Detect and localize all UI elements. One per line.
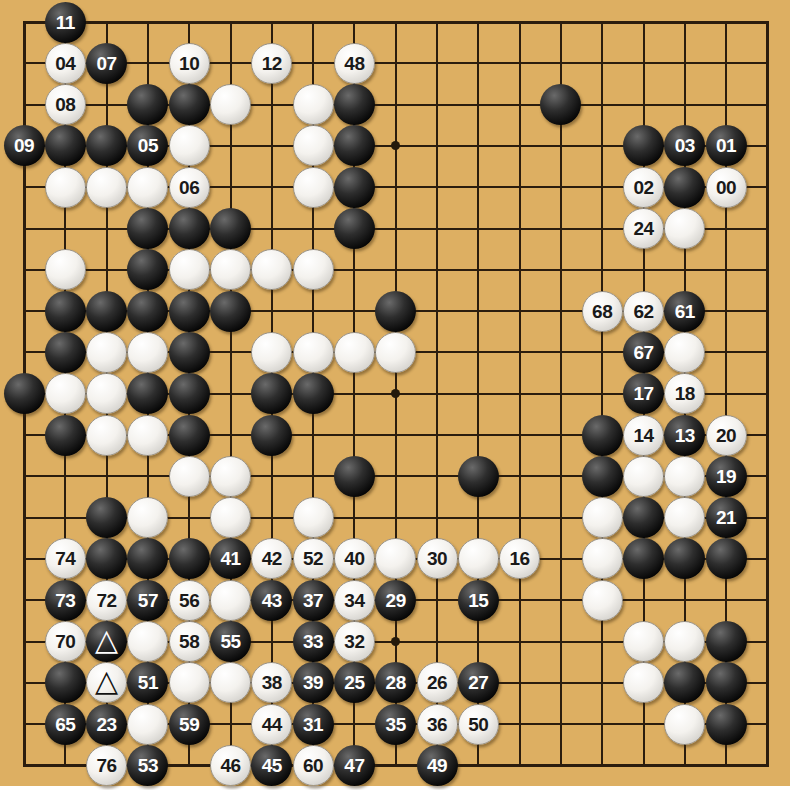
stone-white-56[interactable]: 56 bbox=[169, 580, 210, 621]
move-number-label: 30 bbox=[427, 549, 447, 568]
stone-black-39[interactable]: 39 bbox=[293, 662, 334, 703]
stone-black[interactable] bbox=[334, 208, 375, 249]
stone-white-50[interactable]: 50 bbox=[458, 704, 499, 745]
move-number-label: 11 bbox=[56, 13, 75, 32]
stone-white[interactable] bbox=[582, 497, 623, 538]
move-number-label: 07 bbox=[97, 54, 117, 73]
stone-white[interactable] bbox=[127, 497, 168, 538]
stone-white-12[interactable]: 12 bbox=[251, 43, 292, 84]
stone-black-73[interactable]: 73 bbox=[45, 580, 86, 621]
move-number-label: 76 bbox=[97, 756, 117, 775]
stone-white-76[interactable]: 76 bbox=[86, 745, 127, 786]
stone-white[interactable] bbox=[169, 249, 210, 290]
stone-white[interactable] bbox=[127, 332, 168, 373]
stone-white-46[interactable]: 46 bbox=[210, 745, 251, 786]
stone-white[interactable] bbox=[86, 373, 127, 414]
stone-white[interactable] bbox=[293, 125, 334, 166]
stone-black[interactable] bbox=[169, 538, 210, 579]
stone-black-11[interactable]: 11 bbox=[45, 2, 86, 43]
move-number-label: 41 bbox=[220, 549, 240, 568]
stone-white-48[interactable]: 48 bbox=[334, 43, 375, 84]
move-number-label: 34 bbox=[344, 591, 364, 610]
stone-black-29[interactable]: 29 bbox=[375, 580, 416, 621]
stone-white-20[interactable]: 20 bbox=[706, 415, 747, 456]
stone-white[interactable] bbox=[45, 167, 86, 208]
stone-black[interactable] bbox=[334, 125, 375, 166]
move-number-label: 47 bbox=[344, 756, 364, 775]
stone-black[interactable] bbox=[623, 125, 664, 166]
stone-black[interactable] bbox=[169, 208, 210, 249]
stone-black[interactable] bbox=[169, 332, 210, 373]
stone-black[interactable] bbox=[127, 249, 168, 290]
move-number-label: 42 bbox=[262, 549, 282, 568]
move-number-label: 14 bbox=[633, 426, 653, 445]
stone-white[interactable] bbox=[210, 580, 251, 621]
star-point bbox=[391, 389, 400, 398]
stone-black-35[interactable]: 35 bbox=[375, 704, 416, 745]
stone-black[interactable] bbox=[623, 538, 664, 579]
stone-white-68[interactable]: 68 bbox=[582, 291, 623, 332]
stone-white[interactable] bbox=[210, 249, 251, 290]
stone-white[interactable] bbox=[664, 332, 705, 373]
stone-white-58[interactable]: 58 bbox=[169, 621, 210, 662]
grid-line-vertical bbox=[477, 21, 479, 767]
stone-black[interactable] bbox=[664, 662, 705, 703]
stone-black-09[interactable]: 09 bbox=[4, 125, 45, 166]
move-number-label: 59 bbox=[179, 715, 199, 734]
stone-black[interactable] bbox=[706, 621, 747, 662]
move-number-label: 36 bbox=[427, 715, 447, 734]
stone-white-10[interactable]: 10 bbox=[169, 43, 210, 84]
stone-black[interactable] bbox=[169, 291, 210, 332]
star-point bbox=[391, 141, 400, 150]
stone-black[interactable] bbox=[375, 291, 416, 332]
stone-black[interactable] bbox=[251, 415, 292, 456]
stone-black-31[interactable]: 31 bbox=[293, 704, 334, 745]
move-number-label: 17 bbox=[633, 384, 653, 403]
stone-black[interactable] bbox=[127, 291, 168, 332]
move-number-label: 01 bbox=[716, 136, 736, 155]
stone-black[interactable] bbox=[45, 332, 86, 373]
stone-black[interactable] bbox=[334, 84, 375, 125]
stone-black[interactable] bbox=[86, 538, 127, 579]
stone-black[interactable] bbox=[540, 84, 581, 125]
stone-white-40[interactable]: 40 bbox=[334, 538, 375, 579]
move-number-label: 45 bbox=[262, 756, 282, 775]
stone-white-30[interactable]: 30 bbox=[417, 538, 458, 579]
stone-white-18[interactable]: 18 bbox=[664, 373, 705, 414]
move-number-label: 08 bbox=[55, 95, 75, 114]
stone-white[interactable] bbox=[169, 662, 210, 703]
stone-black[interactable] bbox=[706, 538, 747, 579]
move-number-label: 16 bbox=[510, 549, 530, 568]
stone-white-24[interactable]: 24 bbox=[623, 208, 664, 249]
stone-white[interactable] bbox=[86, 332, 127, 373]
stone-white[interactable] bbox=[293, 249, 334, 290]
stone-black-57[interactable]: 57 bbox=[127, 580, 168, 621]
stone-black-03[interactable]: 03 bbox=[664, 125, 705, 166]
stone-white[interactable] bbox=[86, 415, 127, 456]
stone-black[interactable] bbox=[169, 415, 210, 456]
stone-white[interactable] bbox=[623, 662, 664, 703]
stone-white-36[interactable]: 36 bbox=[417, 704, 458, 745]
stone-black-07[interactable]: 07 bbox=[86, 43, 127, 84]
grid-line-vertical bbox=[560, 21, 562, 767]
stone-black-43[interactable]: 43 bbox=[251, 580, 292, 621]
move-number-label: 18 bbox=[675, 384, 695, 403]
move-number-label: 50 bbox=[468, 715, 488, 734]
grid-line-vertical bbox=[436, 21, 438, 767]
grid-line-vertical bbox=[766, 21, 769, 767]
stone-white[interactable] bbox=[210, 456, 251, 497]
stone-black[interactable] bbox=[127, 538, 168, 579]
stone-white[interactable] bbox=[210, 497, 251, 538]
move-number-label: 03 bbox=[675, 136, 695, 155]
move-number-label: 39 bbox=[303, 673, 323, 692]
stone-white[interactable] bbox=[623, 621, 664, 662]
move-number-label: 57 bbox=[138, 591, 158, 610]
stone-black[interactable] bbox=[293, 373, 334, 414]
stone-white[interactable] bbox=[86, 167, 127, 208]
stone-white[interactable] bbox=[664, 456, 705, 497]
stone-white-16[interactable]: 16 bbox=[499, 538, 540, 579]
stone-black-59[interactable]: 59 bbox=[169, 704, 210, 745]
stone-white[interactable] bbox=[169, 456, 210, 497]
move-number-label: 28 bbox=[386, 673, 406, 692]
stone-white-06[interactable]: 06 bbox=[169, 167, 210, 208]
move-number-label: 25 bbox=[344, 673, 364, 692]
move-number-label: 02 bbox=[633, 178, 653, 197]
move-number-label: 49 bbox=[427, 756, 447, 775]
stone-black[interactable] bbox=[169, 373, 210, 414]
stone-black-51[interactable]: 51 bbox=[127, 662, 168, 703]
stone-black[interactable] bbox=[334, 167, 375, 208]
stone-white[interactable] bbox=[664, 704, 705, 745]
stone-white[interactable] bbox=[664, 621, 705, 662]
stone-black-67[interactable]: 67 bbox=[623, 332, 664, 373]
move-number-label: 72 bbox=[97, 591, 117, 610]
stone-black[interactable] bbox=[45, 125, 86, 166]
stone-white[interactable] bbox=[293, 167, 334, 208]
stone-black[interactable] bbox=[45, 662, 86, 703]
stone-white[interactable] bbox=[251, 332, 292, 373]
stone-white-70[interactable]: 70 bbox=[45, 621, 86, 662]
stone-white[interactable] bbox=[293, 84, 334, 125]
stone-black-61[interactable]: 61 bbox=[664, 291, 705, 332]
stone-white-04[interactable]: 04 bbox=[45, 43, 86, 84]
move-number-label: 73 bbox=[55, 591, 75, 610]
stone-black-37[interactable]: 37 bbox=[293, 580, 334, 621]
stone-black[interactable] bbox=[169, 84, 210, 125]
go-diagram-screenshot: 1104071012480809050301060200246862616717… bbox=[0, 0, 793, 790]
move-number-label: 60 bbox=[303, 756, 323, 775]
stone-black[interactable] bbox=[664, 167, 705, 208]
move-number-label: 05 bbox=[138, 136, 158, 155]
stone-black-49[interactable]: 49 bbox=[417, 745, 458, 786]
move-number-label: 09 bbox=[14, 136, 34, 155]
stone-black[interactable] bbox=[582, 456, 623, 497]
move-number-label: 32 bbox=[344, 632, 364, 651]
stone-black[interactable] bbox=[45, 415, 86, 456]
stone-black[interactable] bbox=[127, 373, 168, 414]
triangle-mark: △ bbox=[95, 666, 118, 696]
stone-white-74[interactable]: 74 bbox=[45, 538, 86, 579]
stone-white[interactable] bbox=[127, 704, 168, 745]
stone-black[interactable] bbox=[623, 497, 664, 538]
move-number-label: 58 bbox=[179, 632, 199, 651]
stone-white-60[interactable]: 60 bbox=[293, 745, 334, 786]
stone-black[interactable]: △ bbox=[86, 621, 127, 662]
stone-black-27[interactable]: 27 bbox=[458, 662, 499, 703]
stone-white[interactable] bbox=[127, 621, 168, 662]
stone-white-38[interactable]: 38 bbox=[251, 662, 292, 703]
stone-white-44[interactable]: 44 bbox=[251, 704, 292, 745]
move-number-label: 12 bbox=[262, 54, 282, 73]
move-number-label: 23 bbox=[97, 715, 117, 734]
move-number-label: 68 bbox=[592, 302, 612, 321]
stone-white[interactable] bbox=[210, 662, 251, 703]
triangle-mark: △ bbox=[95, 625, 118, 655]
stone-black-65[interactable]: 65 bbox=[45, 704, 86, 745]
move-number-label: 21 bbox=[716, 508, 736, 527]
stone-white[interactable] bbox=[623, 456, 664, 497]
move-number-label: 51 bbox=[138, 673, 158, 692]
stone-white[interactable]: △ bbox=[86, 662, 127, 703]
move-number-label: 62 bbox=[633, 302, 653, 321]
stone-white[interactable] bbox=[293, 332, 334, 373]
stone-black-41[interactable]: 41 bbox=[210, 538, 251, 579]
stone-black[interactable] bbox=[127, 84, 168, 125]
stone-black[interactable] bbox=[706, 662, 747, 703]
stone-white-52[interactable]: 52 bbox=[293, 538, 334, 579]
stone-white[interactable] bbox=[210, 84, 251, 125]
stone-white[interactable] bbox=[251, 249, 292, 290]
stone-white-42[interactable]: 42 bbox=[251, 538, 292, 579]
go-board[interactable]: 1104071012480809050301060200246862616717… bbox=[0, 0, 790, 786]
move-number-label: 48 bbox=[344, 54, 364, 73]
stone-black[interactable] bbox=[251, 373, 292, 414]
stone-white[interactable] bbox=[582, 580, 623, 621]
move-number-label: 70 bbox=[55, 632, 75, 651]
stone-black[interactable] bbox=[706, 704, 747, 745]
stone-black-05[interactable]: 05 bbox=[127, 125, 168, 166]
move-number-label: 52 bbox=[303, 549, 323, 568]
stone-black[interactable] bbox=[127, 208, 168, 249]
grid-line-vertical bbox=[519, 21, 521, 767]
move-number-label: 44 bbox=[262, 715, 282, 734]
stone-black[interactable] bbox=[334, 456, 375, 497]
stone-white[interactable] bbox=[169, 125, 210, 166]
move-number-label: 65 bbox=[55, 715, 75, 734]
move-number-label: 53 bbox=[138, 756, 158, 775]
stone-white-00[interactable]: 00 bbox=[706, 167, 747, 208]
stone-black-45[interactable]: 45 bbox=[251, 745, 292, 786]
stone-black[interactable] bbox=[86, 291, 127, 332]
stone-black-17[interactable]: 17 bbox=[623, 373, 664, 414]
stone-white[interactable] bbox=[45, 373, 86, 414]
move-number-label: 55 bbox=[220, 632, 240, 651]
stone-black[interactable] bbox=[210, 291, 251, 332]
move-number-label: 40 bbox=[344, 549, 364, 568]
stone-black-28[interactable]: 28 bbox=[375, 662, 416, 703]
move-number-label: 33 bbox=[303, 632, 323, 651]
star-point bbox=[391, 637, 400, 646]
stone-black-33[interactable]: 33 bbox=[293, 621, 334, 662]
stone-black[interactable] bbox=[86, 497, 127, 538]
move-number-label: 31 bbox=[303, 715, 323, 734]
stone-black-13[interactable]: 13 bbox=[664, 415, 705, 456]
stone-white[interactable] bbox=[127, 167, 168, 208]
stone-white[interactable] bbox=[45, 249, 86, 290]
move-number-label: 10 bbox=[179, 54, 199, 73]
move-number-label: 56 bbox=[179, 591, 199, 610]
stone-black-47[interactable]: 47 bbox=[334, 745, 375, 786]
move-number-label: 27 bbox=[468, 673, 488, 692]
move-number-label: 19 bbox=[716, 467, 736, 486]
move-number-label: 00 bbox=[716, 178, 736, 197]
stone-white-14[interactable]: 14 bbox=[623, 415, 664, 456]
move-number-label: 24 bbox=[633, 219, 653, 238]
stone-white-34[interactable]: 34 bbox=[334, 580, 375, 621]
move-number-label: 15 bbox=[468, 591, 488, 610]
stone-black[interactable] bbox=[86, 125, 127, 166]
move-number-label: 74 bbox=[55, 549, 75, 568]
stone-white[interactable] bbox=[664, 497, 705, 538]
stone-black-19[interactable]: 19 bbox=[706, 456, 747, 497]
stone-black-25[interactable]: 25 bbox=[334, 662, 375, 703]
stone-white-26[interactable]: 26 bbox=[417, 662, 458, 703]
move-number-label: 46 bbox=[220, 756, 240, 775]
move-number-label: 20 bbox=[716, 426, 736, 445]
move-number-label: 26 bbox=[427, 673, 447, 692]
stone-white[interactable] bbox=[458, 538, 499, 579]
stone-black-53[interactable]: 53 bbox=[127, 745, 168, 786]
stone-black-01[interactable]: 01 bbox=[706, 125, 747, 166]
move-number-label: 67 bbox=[633, 343, 653, 362]
move-number-label: 06 bbox=[179, 178, 199, 197]
stone-white-32[interactable]: 32 bbox=[334, 621, 375, 662]
move-number-label: 29 bbox=[386, 591, 406, 610]
stone-black[interactable] bbox=[45, 291, 86, 332]
stone-black-21[interactable]: 21 bbox=[706, 497, 747, 538]
stone-white[interactable] bbox=[334, 332, 375, 373]
stone-black-23[interactable]: 23 bbox=[86, 704, 127, 745]
move-number-label: 61 bbox=[675, 302, 695, 321]
stone-white-72[interactable]: 72 bbox=[86, 580, 127, 621]
stone-white[interactable] bbox=[293, 497, 334, 538]
stone-white[interactable] bbox=[375, 538, 416, 579]
stone-black[interactable] bbox=[664, 538, 705, 579]
stone-black[interactable] bbox=[210, 208, 251, 249]
move-number-label: 37 bbox=[303, 591, 323, 610]
stone-white[interactable] bbox=[664, 208, 705, 249]
stone-white-62[interactable]: 62 bbox=[623, 291, 664, 332]
stone-white[interactable] bbox=[127, 415, 168, 456]
move-number-label: 38 bbox=[262, 673, 282, 692]
stone-black[interactable] bbox=[458, 456, 499, 497]
move-number-label: 43 bbox=[262, 591, 282, 610]
stone-white[interactable] bbox=[375, 332, 416, 373]
stone-black-15[interactable]: 15 bbox=[458, 580, 499, 621]
stone-white[interactable] bbox=[582, 538, 623, 579]
stone-black[interactable] bbox=[4, 373, 45, 414]
stone-black-55[interactable]: 55 bbox=[210, 621, 251, 662]
stone-black[interactable] bbox=[582, 415, 623, 456]
move-number-label: 04 bbox=[55, 54, 75, 73]
stone-white-02[interactable]: 02 bbox=[623, 167, 664, 208]
grid-line-vertical bbox=[601, 21, 603, 767]
move-number-label: 35 bbox=[386, 715, 406, 734]
stone-white-08[interactable]: 08 bbox=[45, 84, 86, 125]
move-number-label: 13 bbox=[675, 426, 695, 445]
